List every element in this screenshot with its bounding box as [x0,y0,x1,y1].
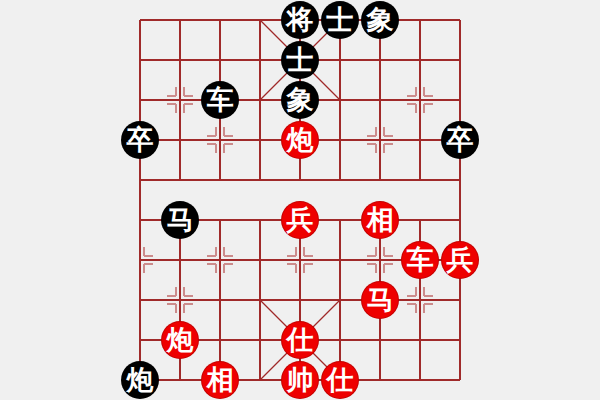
piece-red-horse[interactable]: 马 [361,281,399,319]
piece-black-advisor[interactable]: 士 [281,41,319,79]
board-intersection: 兵 [440,240,480,280]
piece-black-soldier[interactable]: 卒 [121,121,159,159]
board-intersection: 炮 [120,360,160,400]
piece-red-elephant[interactable]: 相 [201,361,239,399]
board-intersection: 仕 [320,360,360,400]
board-intersection: 卒 [440,120,480,160]
pieces-layer: 将士象士车象卒炮卒马兵相车兵马炮仕炮相帅仕 [120,0,480,400]
piece-red-cannon[interactable]: 炮 [281,121,319,159]
piece-black-elephant[interactable]: 象 [281,81,319,119]
piece-red-cannon[interactable]: 炮 [161,321,199,359]
piece-black-chariot[interactable]: 车 [201,81,239,119]
board-intersection: 炮 [280,120,320,160]
piece-red-soldier[interactable]: 兵 [441,241,479,279]
board-intersection: 士 [320,0,360,40]
board-intersection: 相 [200,360,240,400]
board-intersection: 兵 [280,200,320,240]
piece-black-general[interactable]: 将 [281,1,319,39]
board-intersection: 卒 [120,120,160,160]
piece-red-advisor[interactable]: 仕 [281,321,319,359]
board-intersection: 车 [200,80,240,120]
board-intersection: 马 [160,200,200,240]
piece-black-horse[interactable]: 马 [161,201,199,239]
piece-red-soldier[interactable]: 兵 [281,201,319,239]
board-intersection: 炮 [160,320,200,360]
board-intersection: 象 [280,80,320,120]
board-intersection: 帅 [280,360,320,400]
piece-black-soldier[interactable]: 卒 [441,121,479,159]
piece-red-chariot[interactable]: 车 [401,241,439,279]
piece-black-elephant[interactable]: 象 [361,1,399,39]
xiangqi-diagram: 将士象士车象卒炮卒马兵相车兵马炮仕炮相帅仕 [0,0,600,400]
board-intersection: 马 [360,280,400,320]
piece-black-advisor[interactable]: 士 [321,1,359,39]
piece-black-cannon[interactable]: 炮 [121,361,159,399]
board-intersection: 相 [360,200,400,240]
board-intersection: 士 [280,40,320,80]
board-intersection: 将 [280,0,320,40]
piece-red-advisor[interactable]: 仕 [321,361,359,399]
board-intersection: 车 [400,240,440,280]
board-intersection: 象 [360,0,400,40]
piece-red-general[interactable]: 帅 [281,361,319,399]
board-intersection: 仕 [280,320,320,360]
piece-red-elephant[interactable]: 相 [361,201,399,239]
